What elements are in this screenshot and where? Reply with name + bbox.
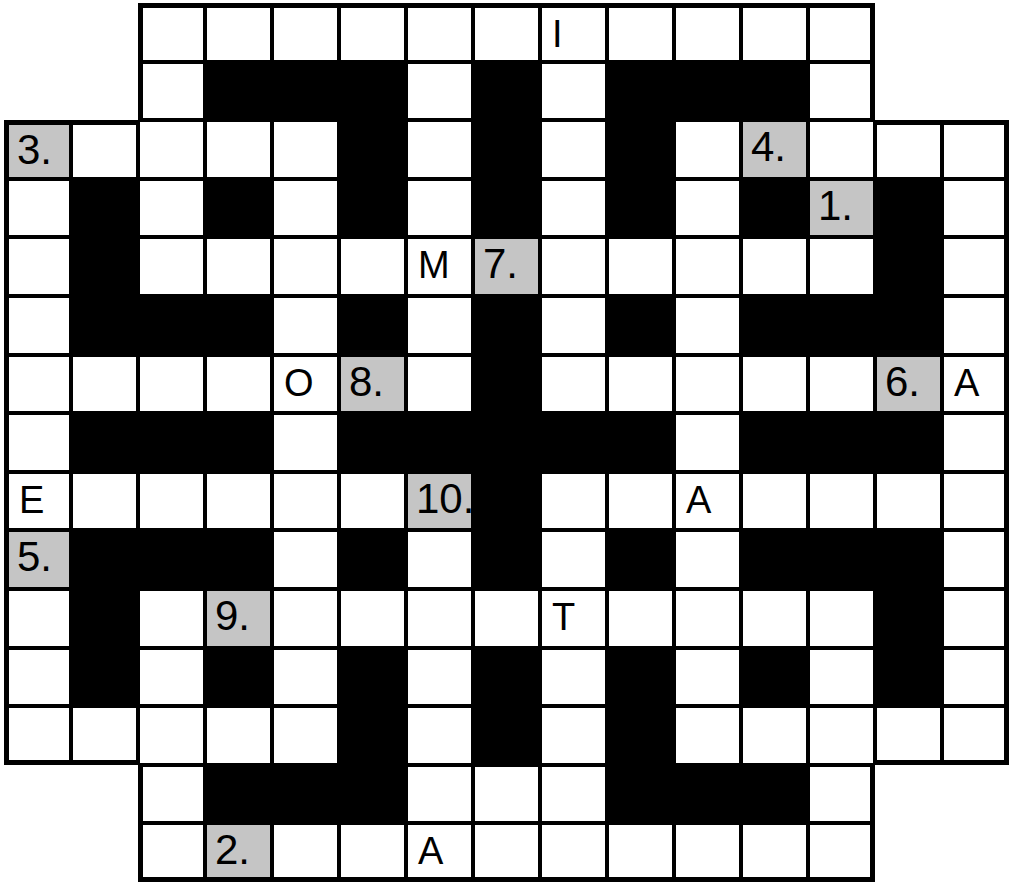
letter-hint-cell-T[interactable]: T (540, 589, 607, 648)
empty-cell[interactable] (272, 237, 339, 296)
empty-cell[interactable] (272, 823, 339, 882)
block-cell (205, 530, 272, 589)
letter-hint-cell-M[interactable]: M (406, 237, 473, 296)
block-cell (741, 296, 808, 355)
block-cell (71, 648, 138, 707)
empty-cell[interactable] (138, 179, 205, 238)
block-cell (875, 530, 942, 589)
empty-cell[interactable] (942, 472, 1009, 531)
empty-cell[interactable] (808, 706, 875, 765)
puzzle-board: I3.4.1.M7.O8.6.AE10.A5.9.T2.A (4, 3, 1009, 882)
block-cell (607, 62, 674, 121)
empty-cell[interactable] (406, 355, 473, 414)
block-cell (406, 413, 473, 472)
block-cell (875, 296, 942, 355)
block-cell (607, 765, 674, 824)
outside-filler (942, 62, 1009, 121)
block-cell (607, 120, 674, 179)
empty-cell[interactable] (942, 179, 1009, 238)
letter-hint-cell-A[interactable]: A (406, 823, 473, 882)
clue-number-cell-3[interactable]: 3. (4, 120, 71, 179)
block-cell (607, 530, 674, 589)
block-cell (540, 413, 607, 472)
empty-cell[interactable] (272, 3, 339, 62)
empty-cell[interactable] (674, 296, 741, 355)
empty-cell[interactable] (4, 237, 71, 296)
empty-cell[interactable] (808, 120, 875, 179)
empty-cell[interactable] (674, 589, 741, 648)
empty-cell[interactable] (942, 120, 1009, 179)
letter-hint-cell-A[interactable]: A (674, 472, 741, 531)
empty-cell[interactable] (205, 706, 272, 765)
empty-cell[interactable] (4, 355, 71, 414)
block-cell (71, 237, 138, 296)
block-cell (339, 706, 406, 765)
empty-cell[interactable] (4, 648, 71, 707)
empty-cell[interactable] (138, 648, 205, 707)
outside-filler (4, 62, 71, 121)
empty-cell[interactable] (138, 237, 205, 296)
empty-cell[interactable] (4, 296, 71, 355)
empty-cell[interactable] (4, 179, 71, 238)
empty-cell[interactable] (540, 62, 607, 121)
block-cell (339, 296, 406, 355)
outside-filler (71, 765, 138, 824)
block-cell (71, 179, 138, 238)
clue-number-cell-8[interactable]: 8. (339, 355, 406, 414)
empty-cell[interactable] (674, 120, 741, 179)
empty-cell[interactable] (473, 823, 540, 882)
empty-cell[interactable] (205, 472, 272, 531)
block-cell (339, 179, 406, 238)
empty-cell[interactable] (272, 589, 339, 648)
block-cell (473, 296, 540, 355)
block-cell (741, 648, 808, 707)
empty-cell[interactable] (272, 530, 339, 589)
block-cell (205, 179, 272, 238)
block-cell (875, 179, 942, 238)
block-cell (205, 765, 272, 824)
block-cell (473, 648, 540, 707)
empty-cell[interactable] (808, 648, 875, 707)
block-cell (339, 413, 406, 472)
empty-cell[interactable] (406, 530, 473, 589)
empty-cell[interactable] (540, 120, 607, 179)
empty-cell[interactable] (674, 823, 741, 882)
clue-number-cell-2[interactable]: 2. (205, 823, 272, 882)
empty-cell[interactable] (138, 589, 205, 648)
empty-cell[interactable] (674, 3, 741, 62)
block-cell (272, 765, 339, 824)
empty-cell[interactable] (808, 589, 875, 648)
block-cell (473, 355, 540, 414)
outside-filler (875, 3, 942, 62)
clue-number-cell-1[interactable]: 1. (808, 179, 875, 238)
empty-cell[interactable] (272, 179, 339, 238)
empty-cell[interactable] (138, 823, 205, 882)
empty-cell[interactable] (272, 648, 339, 707)
empty-cell[interactable] (540, 472, 607, 531)
block-cell (607, 179, 674, 238)
block-cell (339, 648, 406, 707)
empty-cell[interactable] (138, 765, 205, 824)
empty-cell[interactable] (942, 530, 1009, 589)
block-cell (71, 296, 138, 355)
clue-number-cell-9[interactable]: 9. (205, 589, 272, 648)
empty-cell[interactable] (808, 472, 875, 531)
empty-cell[interactable] (272, 120, 339, 179)
empty-cell[interactable] (674, 179, 741, 238)
empty-cell[interactable] (406, 706, 473, 765)
empty-cell[interactable] (406, 62, 473, 121)
block-cell (473, 706, 540, 765)
block-cell (875, 648, 942, 707)
empty-cell[interactable] (339, 589, 406, 648)
block-cell (339, 530, 406, 589)
empty-cell[interactable] (607, 355, 674, 414)
empty-cell[interactable] (205, 237, 272, 296)
block-cell (71, 530, 138, 589)
block-cell (741, 413, 808, 472)
empty-cell[interactable] (674, 706, 741, 765)
empty-cell[interactable] (339, 237, 406, 296)
empty-cell[interactable] (808, 3, 875, 62)
clue-number-cell-6[interactable]: 6. (875, 355, 942, 414)
letter-hint-cell-O[interactable]: O (272, 355, 339, 414)
block-cell (875, 413, 942, 472)
empty-cell[interactable] (4, 589, 71, 648)
empty-cell[interactable] (674, 355, 741, 414)
block-cell (607, 648, 674, 707)
letter-hint-cell-A[interactable]: A (942, 355, 1009, 414)
outside-filler (942, 823, 1009, 882)
empty-cell[interactable] (71, 120, 138, 179)
block-cell (205, 413, 272, 472)
letter-hint-cell-E[interactable]: E (4, 472, 71, 531)
block-cell (674, 765, 741, 824)
block-cell (808, 296, 875, 355)
empty-cell[interactable] (741, 3, 808, 62)
outside-filler (71, 823, 138, 882)
empty-cell[interactable] (406, 648, 473, 707)
block-cell (674, 62, 741, 121)
empty-cell[interactable] (607, 589, 674, 648)
empty-cell[interactable] (875, 120, 942, 179)
block-cell (473, 472, 540, 531)
empty-cell[interactable] (942, 237, 1009, 296)
empty-cell[interactable] (406, 120, 473, 179)
empty-cell[interactable] (339, 3, 406, 62)
empty-cell[interactable] (205, 120, 272, 179)
empty-cell[interactable] (205, 355, 272, 414)
empty-cell[interactable] (540, 355, 607, 414)
empty-cell[interactable] (473, 765, 540, 824)
empty-cell[interactable] (406, 765, 473, 824)
empty-cell[interactable] (473, 589, 540, 648)
empty-cell[interactable] (741, 472, 808, 531)
empty-cell[interactable] (741, 589, 808, 648)
empty-cell[interactable] (272, 413, 339, 472)
outside-filler (942, 765, 1009, 824)
block-cell (741, 179, 808, 238)
block-cell (205, 648, 272, 707)
empty-cell[interactable] (4, 706, 71, 765)
outside-filler (4, 823, 71, 882)
empty-cell[interactable] (808, 237, 875, 296)
block-cell (138, 296, 205, 355)
outside-filler (4, 765, 71, 824)
empty-cell[interactable] (607, 472, 674, 531)
block-cell (875, 237, 942, 296)
empty-cell[interactable] (607, 3, 674, 62)
empty-cell[interactable] (272, 296, 339, 355)
empty-cell[interactable] (339, 472, 406, 531)
empty-cell[interactable] (808, 355, 875, 414)
block-cell (339, 765, 406, 824)
empty-cell[interactable] (942, 706, 1009, 765)
outside-filler (4, 3, 71, 62)
empty-cell[interactable] (607, 823, 674, 882)
empty-cell[interactable] (71, 706, 138, 765)
block-cell (473, 62, 540, 121)
outside-filler (71, 62, 138, 121)
block-cell (71, 413, 138, 472)
block-cell (741, 62, 808, 121)
empty-cell[interactable] (71, 355, 138, 414)
empty-cell[interactable] (808, 62, 875, 121)
block-cell (808, 413, 875, 472)
block-cell (808, 530, 875, 589)
empty-cell[interactable] (808, 823, 875, 882)
outside-filler (71, 3, 138, 62)
block-cell (473, 179, 540, 238)
empty-cell[interactable] (540, 237, 607, 296)
block-cell (607, 706, 674, 765)
empty-cell[interactable] (540, 823, 607, 882)
empty-cell[interactable] (406, 179, 473, 238)
empty-cell[interactable] (138, 472, 205, 531)
outside-filler (942, 3, 1009, 62)
empty-cell[interactable] (741, 237, 808, 296)
block-cell (138, 413, 205, 472)
empty-cell[interactable] (741, 706, 808, 765)
block-cell (205, 62, 272, 121)
empty-cell[interactable] (205, 3, 272, 62)
clue-number-cell-4[interactable]: 4. (741, 120, 808, 179)
block-cell (875, 589, 942, 648)
block-cell (473, 530, 540, 589)
block-cell (607, 296, 674, 355)
block-cell (339, 120, 406, 179)
empty-cell[interactable] (406, 296, 473, 355)
empty-cell[interactable] (875, 472, 942, 531)
clue-number-cell-10[interactable]: 10. (406, 472, 473, 531)
empty-cell[interactable] (138, 120, 205, 179)
empty-cell[interactable] (875, 706, 942, 765)
empty-cell[interactable] (674, 530, 741, 589)
empty-cell[interactable] (272, 706, 339, 765)
empty-cell[interactable] (540, 706, 607, 765)
block-cell (741, 530, 808, 589)
page: I3.4.1.M7.O8.6.AE10.A5.9.T2.A (0, 0, 1024, 887)
empty-cell[interactable] (942, 296, 1009, 355)
empty-cell[interactable] (540, 179, 607, 238)
letter-hint-cell-I[interactable]: I (540, 3, 607, 62)
empty-cell[interactable] (674, 648, 741, 707)
empty-cell[interactable] (808, 765, 875, 824)
empty-cell[interactable] (674, 413, 741, 472)
empty-cell[interactable] (942, 589, 1009, 648)
empty-cell[interactable] (473, 3, 540, 62)
empty-cell[interactable] (138, 62, 205, 121)
empty-cell[interactable] (4, 413, 71, 472)
block-cell (607, 413, 674, 472)
empty-cell[interactable] (272, 472, 339, 531)
empty-cell[interactable] (406, 3, 473, 62)
clue-number-cell-7[interactable]: 7. (473, 237, 540, 296)
empty-cell[interactable] (406, 589, 473, 648)
block-cell (339, 62, 406, 121)
empty-cell[interactable] (607, 237, 674, 296)
empty-cell[interactable] (540, 648, 607, 707)
block-cell (272, 62, 339, 121)
empty-cell[interactable] (71, 472, 138, 531)
block-cell (71, 589, 138, 648)
empty-cell[interactable] (339, 823, 406, 882)
empty-cell[interactable] (942, 648, 1009, 707)
empty-cell[interactable] (138, 355, 205, 414)
empty-cell[interactable] (138, 706, 205, 765)
block-cell (473, 120, 540, 179)
outside-filler (875, 823, 942, 882)
empty-cell[interactable] (540, 530, 607, 589)
empty-cell[interactable] (942, 413, 1009, 472)
block-cell (205, 296, 272, 355)
outside-filler (875, 765, 942, 824)
block-cell (138, 530, 205, 589)
empty-cell[interactable] (540, 765, 607, 824)
outside-filler (875, 62, 942, 121)
empty-cell[interactable] (138, 3, 205, 62)
empty-cell[interactable] (540, 296, 607, 355)
empty-cell[interactable] (741, 823, 808, 882)
empty-cell[interactable] (674, 237, 741, 296)
block-cell (741, 765, 808, 824)
block-cell (473, 413, 540, 472)
empty-cell[interactable] (741, 355, 808, 414)
clue-number-cell-5[interactable]: 5. (4, 530, 71, 589)
